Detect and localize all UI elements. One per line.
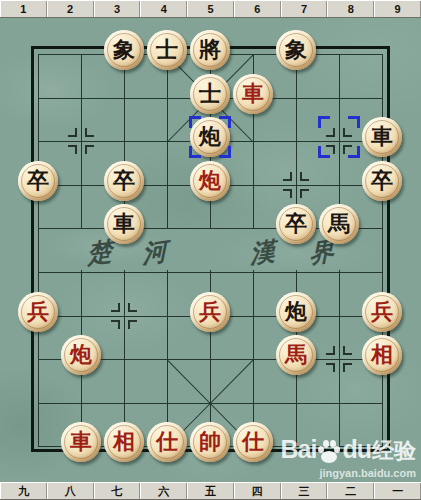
piece-character: 將 [199, 38, 221, 60]
coord-label: 七 [94, 483, 141, 499]
piece-red-cannon[interactable]: 炮 [190, 161, 230, 201]
piece-character: 卒 [27, 169, 49, 191]
coord-label: 九 [0, 483, 47, 499]
piece-character: 車 [371, 125, 393, 147]
coord-label: 三 [281, 483, 328, 499]
piece-red-elephant[interactable]: 相 [362, 335, 402, 375]
piece-character: 兵 [371, 300, 393, 322]
piece-character: 車 [70, 430, 92, 452]
coord-label: 6 [234, 1, 281, 17]
coord-label: 4 [140, 1, 187, 17]
coord-label: 2 [47, 1, 94, 17]
piece-red-advisor[interactable]: 仕 [233, 422, 273, 462]
watermark-brand-latin-right: du [342, 435, 371, 464]
piece-character: 仕 [242, 430, 264, 452]
piece-red-general[interactable]: 帥 [190, 422, 230, 462]
watermark-brand-cn: 经验 [372, 436, 416, 466]
point-marker [111, 303, 137, 329]
board-cell [125, 360, 168, 404]
coord-label: 1 [0, 1, 47, 17]
piece-red-cannon[interactable]: 炮 [61, 335, 101, 375]
piece-character: 卒 [285, 212, 307, 234]
piece-character: 炮 [285, 300, 307, 322]
river-label-char: 楚 [87, 234, 113, 271]
watermark: Baidu经验 jingyan.baidu.com [281, 435, 416, 479]
piece-character: 炮 [70, 343, 92, 365]
coord-label: 一 [374, 483, 421, 499]
last-move-bracket[interactable] [189, 116, 231, 158]
board-cell [125, 99, 168, 143]
coord-label: 五 [187, 483, 234, 499]
point-marker [326, 346, 352, 372]
piece-red-elephant[interactable]: 相 [104, 422, 144, 462]
piece-character: 兵 [27, 300, 49, 322]
river-label-char: 河 [142, 234, 168, 271]
last-move-bracket[interactable] [318, 116, 360, 158]
piece-red-chariot[interactable]: 車 [61, 422, 101, 462]
point-marker [283, 172, 309, 198]
piece-red-soldier[interactable]: 兵 [18, 292, 58, 332]
piece-black-advisor[interactable]: 士 [190, 74, 230, 114]
coord-label: 六 [140, 483, 187, 499]
piece-character: 馬 [328, 212, 350, 234]
piece-red-horse[interactable]: 馬 [276, 335, 316, 375]
baidu-paw-icon [318, 439, 340, 463]
board-cell [39, 55, 82, 99]
piece-black-elephant[interactable]: 象 [104, 30, 144, 70]
coord-label: 四 [234, 483, 281, 499]
piece-black-general[interactable]: 將 [190, 30, 230, 70]
piece-character: 士 [156, 38, 178, 60]
piece-character: 卒 [371, 169, 393, 191]
coord-label: 5 [187, 1, 234, 17]
piece-black-soldier[interactable]: 卒 [104, 161, 144, 201]
xiangqi-board[interactable]: 楚河漢界 象士將象士車炮車卒卒炮卒車卒馬兵兵炮兵炮馬相車相仕帥仕 [0, 18, 421, 482]
watermark-brand-latin-left: Bai [281, 435, 317, 464]
coord-label: 8 [327, 1, 374, 17]
piece-character: 卒 [113, 169, 135, 191]
piece-character: 仕 [156, 430, 178, 452]
xiangqi-app-window: 123456789 楚河漢界 象士將象士車炮車卒卒炮卒車卒馬兵兵炮兵炮馬相車相仕… [0, 0, 421, 500]
watermark-url: jingyan.baidu.com [281, 467, 416, 479]
piece-red-soldier[interactable]: 兵 [190, 292, 230, 332]
coord-label: 9 [374, 1, 421, 17]
piece-character: 車 [113, 212, 135, 234]
coord-label: 3 [94, 1, 141, 17]
piece-character: 象 [285, 38, 307, 60]
piece-black-soldier[interactable]: 卒 [18, 161, 58, 201]
piece-character: 象 [113, 38, 135, 60]
board-cell [211, 360, 254, 404]
coord-label: 7 [281, 1, 328, 17]
coord-label: 二 [327, 483, 374, 499]
piece-character: 炮 [199, 169, 221, 191]
piece-red-soldier[interactable]: 兵 [362, 292, 402, 332]
coord-label: 八 [47, 483, 94, 499]
river-label-char: 漢 [250, 234, 276, 271]
piece-character: 兵 [199, 300, 221, 322]
piece-character: 馬 [285, 343, 307, 365]
piece-black-advisor[interactable]: 士 [147, 30, 187, 70]
piece-character: 車 [242, 82, 264, 104]
point-marker [68, 128, 94, 154]
watermark-brand: Baidu经验 [281, 435, 416, 466]
piece-character: 士 [199, 82, 221, 104]
piece-black-chariot[interactable]: 車 [362, 117, 402, 157]
piece-black-cannon[interactable]: 炮 [276, 292, 316, 332]
file-coordinates-bottom: 九八七六五四三二一 [0, 482, 421, 500]
piece-red-advisor[interactable]: 仕 [147, 422, 187, 462]
piece-character: 相 [371, 343, 393, 365]
piece-character: 帥 [199, 430, 221, 452]
piece-black-elephant[interactable]: 象 [276, 30, 316, 70]
piece-black-soldier[interactable]: 卒 [362, 161, 402, 201]
file-coordinates-top: 123456789 [0, 0, 421, 18]
piece-character: 相 [113, 430, 135, 452]
board-cell [340, 55, 383, 99]
piece-red-chariot[interactable]: 車 [233, 74, 273, 114]
